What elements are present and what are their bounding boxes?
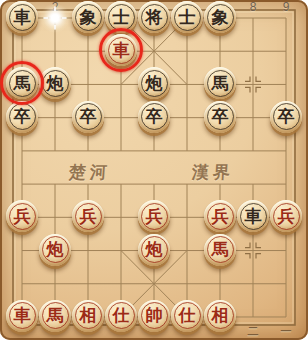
piece-red-soldier[interactable]: 兵 [72, 200, 104, 232]
piece-character: 卒 [72, 101, 104, 133]
piece-character: 仕 [171, 300, 203, 332]
piece-character: 兵 [6, 200, 38, 232]
piece-character: 仕 [105, 300, 137, 332]
piece-character: 車 [6, 300, 38, 332]
piece-character: 馬 [6, 67, 38, 99]
piece-character: 兵 [72, 200, 104, 232]
piece-character: 車 [6, 1, 38, 33]
coord-top-8: 8 [250, 0, 257, 14]
piece-red-elephant[interactable]: 相 [204, 300, 236, 332]
piece-red-advisor[interactable]: 仕 [171, 300, 203, 332]
piece-black-chariot[interactable]: 車 [6, 1, 38, 33]
piece-character: 兵 [204, 200, 236, 232]
piece-red-chariot[interactable]: 車 [6, 300, 38, 332]
piece-red-horse[interactable]: 馬 [39, 300, 71, 332]
piece-character: 炮 [39, 234, 71, 266]
piece-character: 帥 [138, 300, 170, 332]
river-label-left: 楚河 [68, 161, 112, 184]
piece-black-soldier[interactable]: 卒 [138, 101, 170, 133]
piece-character: 将 [138, 1, 170, 33]
piece-black-elephant[interactable]: 象 [72, 1, 104, 33]
piece-character: 炮 [39, 67, 71, 99]
piece-black-advisor[interactable]: 士 [105, 1, 137, 33]
piece-character: 卒 [270, 101, 302, 133]
piece-character: 車 [105, 34, 137, 66]
piece-black-horse[interactable]: 馬 [204, 67, 236, 99]
piece-character: 士 [105, 1, 137, 33]
piece-character: 兵 [270, 200, 302, 232]
piece-character: 象 [72, 1, 104, 33]
piece-character: 卒 [138, 101, 170, 133]
piece-red-soldier[interactable]: 兵 [270, 200, 302, 232]
piece-black-chariot[interactable]: 車 [237, 200, 269, 232]
piece-red-horse[interactable]: 馬 [204, 234, 236, 266]
piece-red-cannon[interactable]: 炮 [138, 234, 170, 266]
piece-red-general[interactable]: 帥 [138, 300, 170, 332]
coord-bottom-二: 二 [248, 324, 259, 339]
piece-red-advisor[interactable]: 仕 [105, 300, 137, 332]
piece-red-soldier[interactable]: 兵 [204, 200, 236, 232]
river-label-right: 漢界 [191, 161, 235, 184]
piece-black-soldier[interactable]: 卒 [270, 101, 302, 133]
piece-black-elephant[interactable]: 象 [204, 1, 236, 33]
xiangqi-board[interactable]: 楚河 漢界 289二一 車象士将士象車馬炮炮馬卒卒卒卒卒兵兵兵兵車兵炮炮馬車馬相… [0, 0, 308, 340]
piece-character: 卒 [6, 101, 38, 133]
piece-black-soldier[interactable]: 卒 [72, 101, 104, 133]
piece-character: 炮 [138, 67, 170, 99]
piece-black-soldier[interactable]: 卒 [6, 101, 38, 133]
piece-character: 馬 [204, 67, 236, 99]
piece-black-general[interactable]: 将 [138, 1, 170, 33]
piece-character: 車 [237, 200, 269, 232]
piece-black-cannon[interactable]: 炮 [39, 67, 71, 99]
board-grid [0, 0, 308, 340]
piece-black-soldier[interactable]: 卒 [204, 101, 236, 133]
piece-character: 卒 [204, 101, 236, 133]
piece-character: 馬 [204, 234, 236, 266]
piece-character: 馬 [39, 300, 71, 332]
piece-character: 士 [171, 1, 203, 33]
coord-top-2: 2 [52, 0, 59, 14]
piece-character: 相 [204, 300, 236, 332]
piece-black-horse[interactable]: 馬 [6, 67, 38, 99]
piece-character: 象 [204, 1, 236, 33]
piece-red-soldier[interactable]: 兵 [6, 200, 38, 232]
piece-red-elephant[interactable]: 相 [72, 300, 104, 332]
piece-black-cannon[interactable]: 炮 [138, 67, 170, 99]
piece-red-chariot[interactable]: 車 [105, 34, 137, 66]
piece-red-soldier[interactable]: 兵 [138, 200, 170, 232]
piece-red-cannon[interactable]: 炮 [39, 234, 71, 266]
piece-character: 炮 [138, 234, 170, 266]
piece-black-advisor[interactable]: 士 [171, 1, 203, 33]
coord-bottom-一: 一 [281, 324, 292, 339]
piece-character: 相 [72, 300, 104, 332]
piece-character: 兵 [138, 200, 170, 232]
coord-top-9: 9 [283, 0, 290, 14]
